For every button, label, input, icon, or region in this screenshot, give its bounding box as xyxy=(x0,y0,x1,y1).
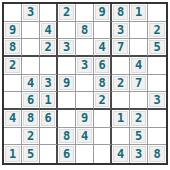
cell-r9c5[interactable] xyxy=(76,145,94,163)
cell-r7c1[interactable]: 4 xyxy=(4,110,22,128)
cell-r7c4[interactable] xyxy=(58,110,76,128)
cell-r5c3[interactable]: 3 xyxy=(40,75,58,93)
cell-r5c1[interactable] xyxy=(4,75,22,93)
cell-r1c3[interactable] xyxy=(40,4,58,22)
sudoku-board: 3298194832823475236443982761234869122845… xyxy=(2,2,168,165)
cell-r5c4[interactable]: 9 xyxy=(58,75,76,93)
cell-r6c2[interactable]: 6 xyxy=(22,92,40,110)
cell-r6c8[interactable] xyxy=(130,92,148,110)
cell-r8c7[interactable] xyxy=(112,128,130,146)
cell-r8c9[interactable] xyxy=(148,128,166,146)
cell-r2c8[interactable] xyxy=(130,22,148,40)
cell-r4c7[interactable] xyxy=(112,57,130,75)
cell-r3c1[interactable]: 8 xyxy=(4,39,22,57)
cell-r5c2[interactable]: 4 xyxy=(22,75,40,93)
cell-r4c8[interactable]: 4 xyxy=(130,57,148,75)
cell-r7c8[interactable]: 2 xyxy=(130,110,148,128)
cell-r3c9[interactable]: 5 xyxy=(148,39,166,57)
sudoku-page: 3298194832823475236443982761234869122845… xyxy=(0,0,170,170)
cell-r6c9[interactable]: 3 xyxy=(148,92,166,110)
cell-r1c2[interactable]: 3 xyxy=(22,4,40,22)
cell-r6c1[interactable] xyxy=(4,92,22,110)
cell-r2c2[interactable] xyxy=(22,22,40,40)
cell-r4c2[interactable] xyxy=(22,57,40,75)
cell-r8c3[interactable] xyxy=(40,128,58,146)
cell-r8c8[interactable]: 5 xyxy=(130,128,148,146)
cell-r3c5[interactable] xyxy=(76,39,94,57)
cell-r6c6[interactable]: 2 xyxy=(94,92,112,110)
cell-r8c2[interactable]: 2 xyxy=(22,128,40,146)
cell-r1c5[interactable] xyxy=(76,4,94,22)
cell-r3c8[interactable] xyxy=(130,39,148,57)
cell-r8c5[interactable]: 4 xyxy=(76,128,94,146)
cell-r3c4[interactable]: 3 xyxy=(58,39,76,57)
cell-r3c7[interactable]: 7 xyxy=(112,39,130,57)
cell-r8c4[interactable]: 8 xyxy=(58,128,76,146)
cell-r5c7[interactable]: 2 xyxy=(112,75,130,93)
cell-r1c4[interactable]: 2 xyxy=(58,4,76,22)
cell-r6c4[interactable] xyxy=(58,92,76,110)
cell-r4c3[interactable] xyxy=(40,57,58,75)
cell-r9c8[interactable]: 3 xyxy=(130,145,148,163)
cell-r9c2[interactable]: 5 xyxy=(22,145,40,163)
cell-r8c6[interactable] xyxy=(94,128,112,146)
cell-r5c8[interactable]: 7 xyxy=(130,75,148,93)
cell-r7c5[interactable]: 9 xyxy=(76,110,94,128)
cell-r9c1[interactable]: 1 xyxy=(4,145,22,163)
cell-r7c7[interactable]: 1 xyxy=(112,110,130,128)
cell-r1c9[interactable] xyxy=(148,4,166,22)
cell-r3c6[interactable]: 4 xyxy=(94,39,112,57)
cell-r2c1[interactable]: 9 xyxy=(4,22,22,40)
cell-r2c4[interactable] xyxy=(58,22,76,40)
cell-r9c4[interactable]: 6 xyxy=(58,145,76,163)
cell-r2c3[interactable]: 4 xyxy=(40,22,58,40)
cell-r2c6[interactable] xyxy=(94,22,112,40)
cell-r4c6[interactable]: 6 xyxy=(94,57,112,75)
cell-r9c3[interactable] xyxy=(40,145,58,163)
cell-r3c3[interactable]: 2 xyxy=(40,39,58,57)
cell-r1c7[interactable]: 8 xyxy=(112,4,130,22)
cell-r1c1[interactable] xyxy=(4,4,22,22)
cell-r2c5[interactable]: 8 xyxy=(76,22,94,40)
cell-r1c8[interactable]: 1 xyxy=(130,4,148,22)
cell-r7c2[interactable]: 8 xyxy=(22,110,40,128)
cell-r5c5[interactable] xyxy=(76,75,94,93)
cell-r2c9[interactable]: 2 xyxy=(148,22,166,40)
cell-r9c6[interactable] xyxy=(94,145,112,163)
cell-r5c6[interactable]: 8 xyxy=(94,75,112,93)
cell-r4c5[interactable]: 3 xyxy=(76,57,94,75)
cell-r9c7[interactable]: 4 xyxy=(112,145,130,163)
cell-r1c6[interactable]: 9 xyxy=(94,4,112,22)
cell-r3c2[interactable] xyxy=(22,39,40,57)
cell-r7c9[interactable] xyxy=(148,110,166,128)
cell-r4c9[interactable] xyxy=(148,57,166,75)
cell-r8c1[interactable] xyxy=(4,128,22,146)
cell-r7c6[interactable] xyxy=(94,110,112,128)
cell-r6c3[interactable]: 1 xyxy=(40,92,58,110)
cell-r4c4[interactable] xyxy=(58,57,76,75)
cell-r9c9[interactable]: 8 xyxy=(148,145,166,163)
cell-r7c3[interactable]: 6 xyxy=(40,110,58,128)
cell-r6c7[interactable] xyxy=(112,92,130,110)
cell-r2c7[interactable]: 3 xyxy=(112,22,130,40)
cell-r6c5[interactable] xyxy=(76,92,94,110)
cell-r4c1[interactable]: 2 xyxy=(4,57,22,75)
cell-r5c9[interactable] xyxy=(148,75,166,93)
